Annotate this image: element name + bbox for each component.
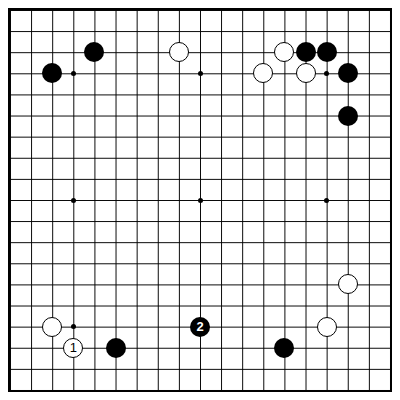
black-stone[interactable] <box>42 63 62 83</box>
go-diagram: 21 <box>0 0 400 400</box>
star-point <box>324 71 329 76</box>
black-stone[interactable] <box>338 106 358 126</box>
black-stone[interactable] <box>84 42 104 62</box>
move-number-label: 2 <box>196 320 203 333</box>
move-number-label: 1 <box>70 341 77 354</box>
star-point <box>71 324 76 329</box>
star-point <box>324 198 329 203</box>
black-stone[interactable] <box>338 63 358 83</box>
white-stone[interactable] <box>274 42 294 62</box>
black-stone[interactable] <box>296 42 316 62</box>
star-point <box>71 198 76 203</box>
black-stone[interactable] <box>317 42 337 62</box>
white-stone[interactable] <box>338 274 358 294</box>
white-stone[interactable] <box>296 63 316 83</box>
star-point <box>198 198 203 203</box>
black-stone[interactable] <box>106 338 126 358</box>
white-stone[interactable] <box>317 317 337 337</box>
white-stone[interactable]: 1 <box>63 338 83 358</box>
star-point <box>198 71 203 76</box>
black-stone[interactable] <box>274 338 294 358</box>
go-board[interactable]: 21 <box>8 8 392 392</box>
black-stone[interactable]: 2 <box>190 317 210 337</box>
white-stone[interactable] <box>42 317 62 337</box>
white-stone[interactable] <box>169 42 189 62</box>
white-stone[interactable] <box>253 63 273 83</box>
star-point <box>71 71 76 76</box>
